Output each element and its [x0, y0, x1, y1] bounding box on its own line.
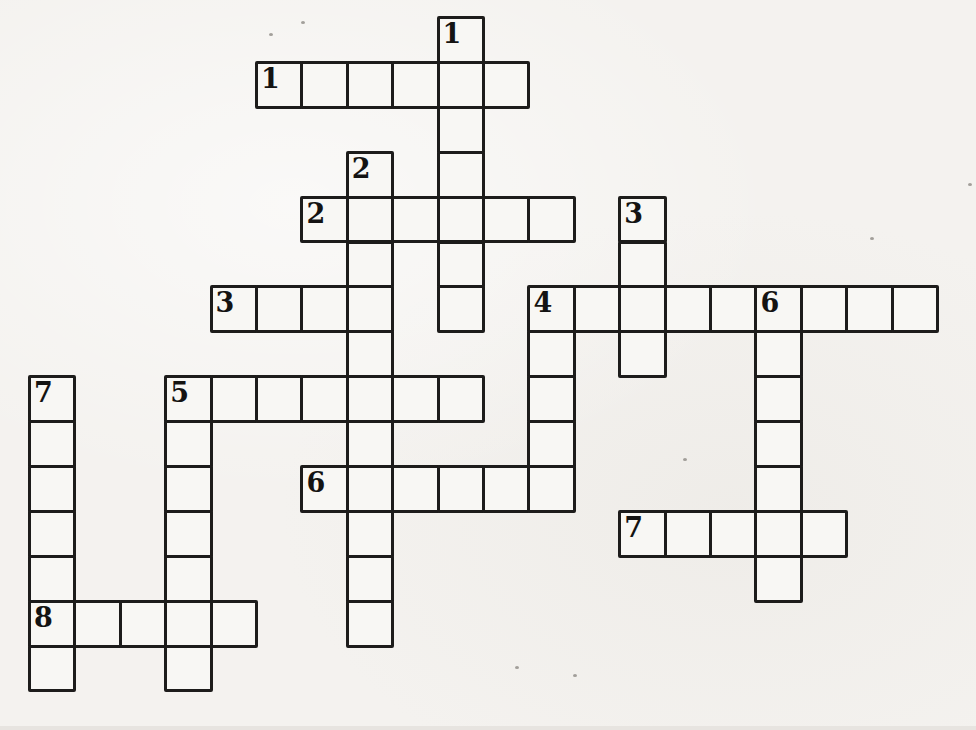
cell-r8-c4[interactable]: [210, 375, 258, 423]
cell-r5-c13[interactable]: [618, 241, 666, 289]
cell-r1-c8[interactable]: [391, 61, 439, 109]
cell-r8-c6[interactable]: [300, 375, 348, 423]
cell-r11-c7[interactable]: [346, 510, 394, 558]
cell-r13-c7[interactable]: [346, 600, 394, 648]
cell-r8-c16[interactable]: [754, 375, 802, 423]
cell-r12-c0[interactable]: [28, 555, 76, 603]
cell-r4-c8[interactable]: [391, 196, 439, 244]
cell-r6-c17[interactable]: [800, 285, 848, 333]
cell-r4-c11[interactable]: [527, 196, 575, 244]
cell-r10-c8[interactable]: [391, 465, 439, 513]
cell-r5-c9[interactable]: [437, 241, 485, 289]
cell-r6-c4[interactable]: [210, 285, 258, 333]
cell-r7-c7[interactable]: [346, 330, 394, 378]
cell-r1-c5[interactable]: [255, 61, 303, 109]
cell-r4-c10[interactable]: [482, 196, 530, 244]
cell-r11-c15[interactable]: [709, 510, 757, 558]
cell-r14-c3[interactable]: [164, 645, 212, 693]
cell-r4-c9[interactable]: [437, 196, 485, 244]
cell-r8-c5[interactable]: [255, 375, 303, 423]
cell-r7-c11[interactable]: [527, 330, 575, 378]
cell-r5-c7[interactable]: [346, 241, 394, 289]
cell-r6-c5[interactable]: [255, 285, 303, 333]
cell-r11-c16[interactable]: [754, 510, 802, 558]
scan-speck-1: [269, 33, 273, 36]
cell-r10-c10[interactable]: [482, 465, 530, 513]
cell-r3-c9[interactable]: [437, 151, 485, 199]
cell-r7-c16[interactable]: [754, 330, 802, 378]
cell-r9-c11[interactable]: [527, 420, 575, 468]
cell-r1-c6[interactable]: [300, 61, 348, 109]
cell-r6-c16[interactable]: [754, 285, 802, 333]
scanned-page: 1122334657678: [0, 0, 976, 730]
cell-r10-c9[interactable]: [437, 465, 485, 513]
scan-speck-3: [968, 183, 972, 186]
cell-r12-c7[interactable]: [346, 555, 394, 603]
crossword-board: 1122334657678: [0, 0, 976, 730]
scan-speck-0: [301, 21, 305, 24]
cell-r10-c0[interactable]: [28, 465, 76, 513]
cell-r10-c6[interactable]: [300, 465, 348, 513]
cell-r11-c17[interactable]: [800, 510, 848, 558]
cell-r9-c0[interactable]: [28, 420, 76, 468]
scan-speck-4: [683, 458, 687, 461]
cell-r1-c7[interactable]: [346, 61, 394, 109]
cell-r6-c13[interactable]: [618, 285, 666, 333]
cell-r1-c9[interactable]: [437, 61, 485, 109]
cell-r11-c3[interactable]: [164, 510, 212, 558]
cell-r9-c3[interactable]: [164, 420, 212, 468]
cell-r4-c7[interactable]: [346, 196, 394, 244]
cell-r12-c3[interactable]: [164, 555, 212, 603]
cell-r8-c7[interactable]: [346, 375, 394, 423]
cell-r6-c12[interactable]: [573, 285, 621, 333]
cell-r12-c16[interactable]: [754, 555, 802, 603]
cell-r9-c7[interactable]: [346, 420, 394, 468]
scan-speck-2: [870, 237, 874, 240]
cell-r8-c3[interactable]: [164, 375, 212, 423]
cell-r10-c7[interactable]: [346, 465, 394, 513]
cell-r6-c18[interactable]: [845, 285, 893, 333]
cell-r14-c0[interactable]: [28, 645, 76, 693]
cell-r6-c6[interactable]: [300, 285, 348, 333]
cell-r4-c6[interactable]: [300, 196, 348, 244]
cell-r13-c2[interactable]: [119, 600, 167, 648]
cell-r2-c9[interactable]: [437, 106, 485, 154]
cell-r10-c16[interactable]: [754, 465, 802, 513]
scan-speck-6: [573, 674, 577, 677]
cell-r1-c10[interactable]: [482, 61, 530, 109]
cell-r8-c11[interactable]: [527, 375, 575, 423]
cell-r13-c1[interactable]: [73, 600, 121, 648]
cell-r9-c16[interactable]: [754, 420, 802, 468]
cell-r13-c4[interactable]: [210, 600, 258, 648]
scan-speck-5: [515, 666, 519, 669]
cell-r11-c13[interactable]: [618, 510, 666, 558]
cell-r10-c11[interactable]: [527, 465, 575, 513]
cell-r6-c7[interactable]: [346, 285, 394, 333]
cell-r8-c9[interactable]: [437, 375, 485, 423]
cell-r6-c11[interactable]: [527, 285, 575, 333]
cell-r6-c14[interactable]: [664, 285, 712, 333]
page-edge-shadow: [0, 726, 976, 730]
cell-r8-c8[interactable]: [391, 375, 439, 423]
cell-r6-c19[interactable]: [891, 285, 939, 333]
cell-r4-c13[interactable]: [618, 196, 666, 244]
cell-r13-c3[interactable]: [164, 600, 212, 648]
cell-r8-c0[interactable]: [28, 375, 76, 423]
cell-r10-c3[interactable]: [164, 465, 212, 513]
cell-r0-c9[interactable]: [437, 16, 485, 64]
cell-r6-c15[interactable]: [709, 285, 757, 333]
cell-r11-c14[interactable]: [664, 510, 712, 558]
cell-r7-c13[interactable]: [618, 330, 666, 378]
cell-r13-c0[interactable]: [28, 600, 76, 648]
cell-r6-c9[interactable]: [437, 285, 485, 333]
cell-r3-c7[interactable]: [346, 151, 394, 199]
cell-r11-c0[interactable]: [28, 510, 76, 558]
